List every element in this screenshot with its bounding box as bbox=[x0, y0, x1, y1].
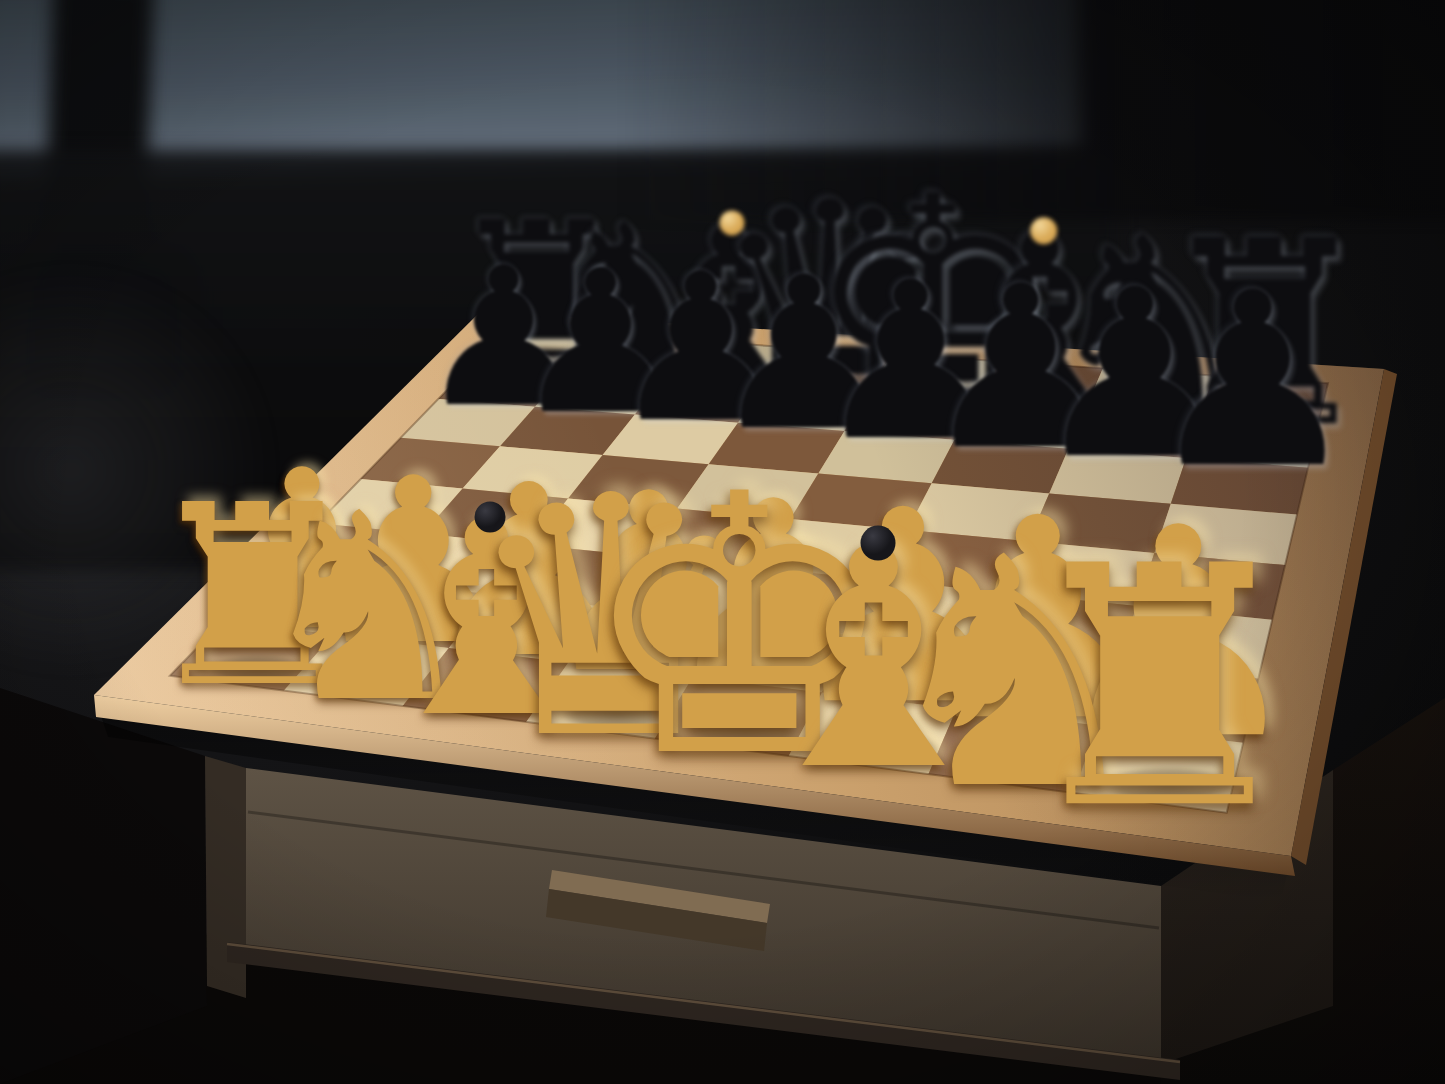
chess-set-photo: ♜♞♝♛♚♝♞♜♟♟♟♟♟♟♟♟♟♟♟♟♟♟♟♟♜♞♝♛♚♝♞♜ bbox=[0, 0, 1445, 1084]
piece-white-rook-h1[interactable]: ♜ bbox=[1011, 524, 1308, 855]
pieces-layer: ♜♞♝♛♚♝♞♜♟♟♟♟♟♟♟♟♟♟♟♟♟♟♟♟♜♞♝♛♚♝♞♜ bbox=[0, 0, 1445, 1084]
